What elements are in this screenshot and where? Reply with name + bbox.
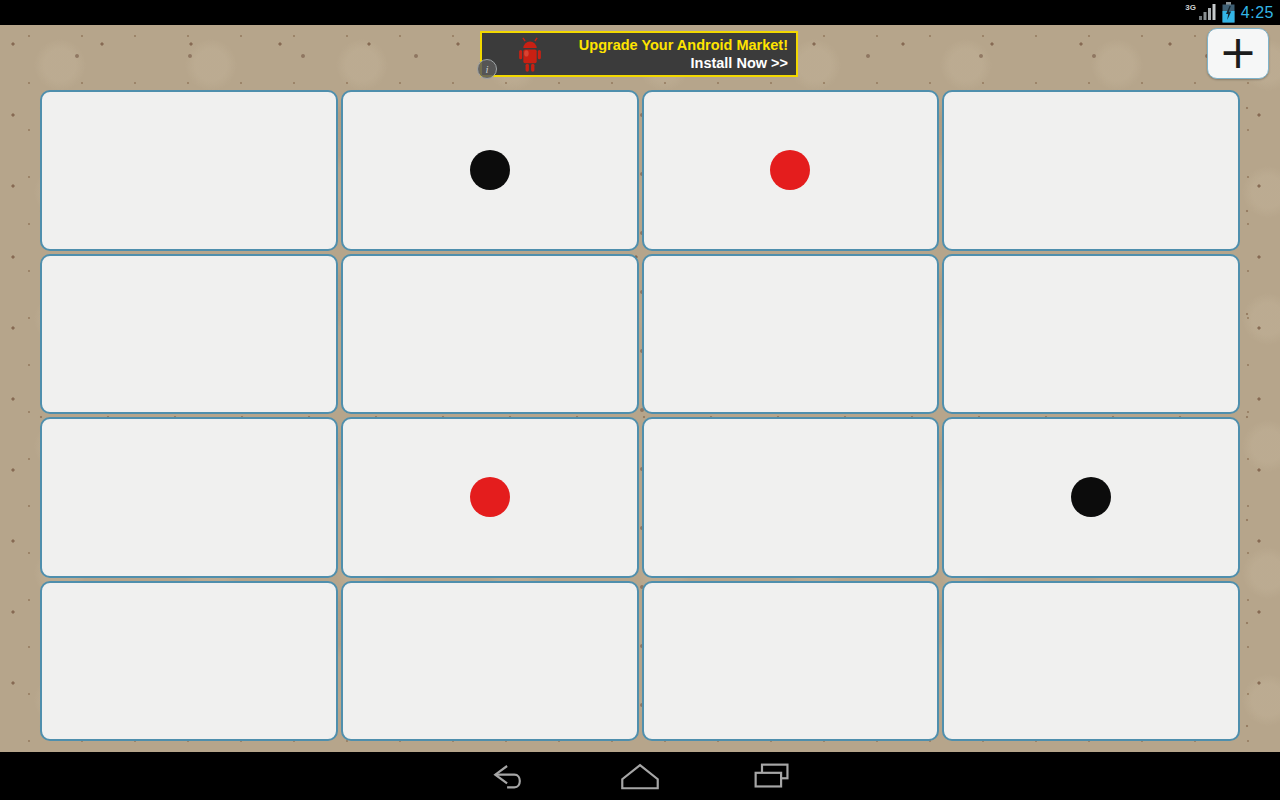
card-cell-r4c1[interactable]: [40, 581, 338, 742]
card-cell-r4c3[interactable]: [642, 581, 940, 742]
black-dot: [470, 150, 510, 190]
card-cell-r2c1[interactable]: [40, 254, 338, 415]
back-icon[interactable]: [486, 760, 530, 792]
recents-icon[interactable]: [750, 760, 794, 792]
clock: 4:25: [1241, 4, 1274, 22]
red-dot: [470, 477, 510, 517]
card-cell-r3c3[interactable]: [642, 417, 940, 578]
navigation-bar: [0, 752, 1280, 800]
card-cell-r1c3[interactable]: [642, 90, 940, 251]
card-cell-r3c4[interactable]: [942, 417, 1240, 578]
battery-charging-icon: [1222, 2, 1235, 23]
add-button[interactable]: +: [1207, 28, 1269, 79]
card-cell-r2c2[interactable]: [341, 254, 639, 415]
status-indicators: 3G 4:25: [1185, 0, 1274, 25]
game-board: [40, 90, 1240, 741]
signal-bars-icon: [1198, 4, 1216, 22]
card-cell-r1c1[interactable]: [40, 90, 338, 251]
ad-banner[interactable]: Upgrade Your Android Market! Install Now…: [480, 31, 798, 77]
card-cell-r1c4[interactable]: [942, 90, 1240, 251]
ad-install-link[interactable]: Install Now >>: [538, 54, 788, 72]
card-cell-r3c1[interactable]: [40, 417, 338, 578]
card-cell-r2c4[interactable]: [942, 254, 1240, 415]
red-dot: [770, 150, 810, 190]
card-cell-r2c3[interactable]: [642, 254, 940, 415]
black-dot: [1071, 477, 1111, 517]
info-icon[interactable]: i: [477, 59, 497, 79]
card-cell-r1c2[interactable]: [341, 90, 639, 251]
android-screen: 3G 4:25: [0, 0, 1280, 800]
ad-title: Upgrade Your Android Market!: [538, 36, 788, 54]
ad-copy: Upgrade Your Android Market! Install Now…: [538, 36, 788, 72]
play-field: Upgrade Your Android Market! Install Now…: [0, 25, 1280, 752]
card-cell-r4c4[interactable]: [942, 581, 1240, 742]
card-cell-r4c2[interactable]: [341, 581, 639, 742]
home-icon[interactable]: [618, 760, 662, 792]
status-bar: 3G 4:25: [0, 0, 1280, 25]
network-type-label: 3G: [1185, 3, 1196, 12]
card-cell-r3c2[interactable]: [341, 417, 639, 578]
